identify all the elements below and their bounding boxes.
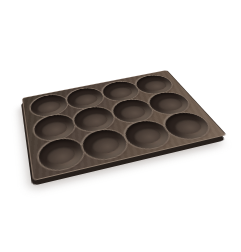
photo-canvas (0, 0, 241, 252)
muffin-cup (37, 135, 87, 174)
muffin-cup (79, 126, 132, 162)
